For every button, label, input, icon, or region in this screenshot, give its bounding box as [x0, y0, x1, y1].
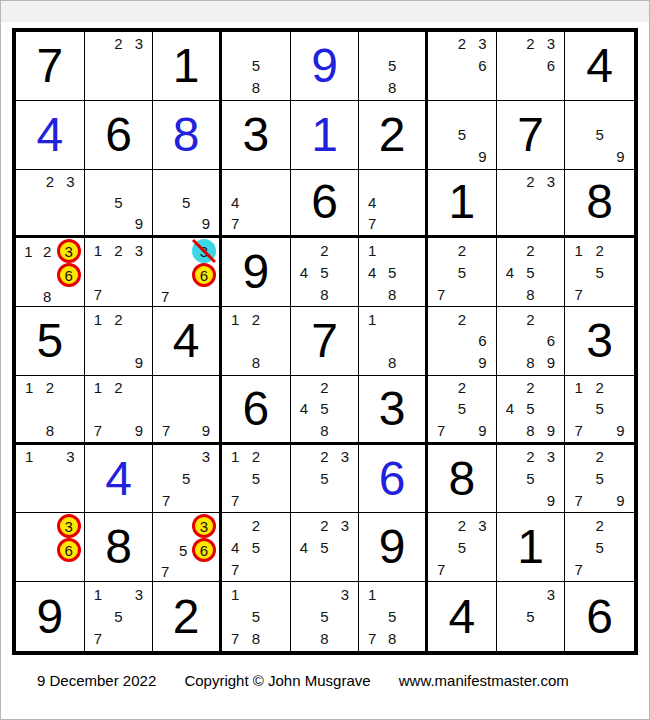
cell-r3c8[interactable]: 23: [497, 170, 566, 239]
cell-value-given: 6: [565, 582, 634, 651]
candidate-empty: [431, 102, 452, 124]
cell-r7c3[interactable]: 357: [153, 445, 222, 514]
candidate-empty: [266, 514, 287, 536]
candidate-empty: [568, 514, 589, 536]
cell-value-given: 6: [222, 376, 290, 442]
pencil-marks: 367: [156, 239, 216, 305]
candidate-empty: [108, 330, 129, 352]
cell-r8c6[interactable]: 9: [359, 513, 428, 582]
candidate-empty: [431, 352, 452, 374]
candidate-empty: [402, 330, 422, 352]
candidate-7: 7: [225, 213, 246, 234]
candidate-empty: [402, 171, 422, 192]
cell-r5c2[interactable]: 129: [85, 307, 154, 376]
cell-r3c9[interactable]: 8: [565, 170, 634, 239]
candidate-empty: [431, 77, 452, 99]
candidate-empty: [225, 605, 246, 627]
candidate-empty: [568, 102, 589, 124]
candidate-empty: [610, 239, 631, 261]
candidate-2: 2: [108, 308, 129, 330]
candidate-empty: [314, 583, 335, 605]
candidate-6-highlighted: 6: [57, 263, 81, 287]
cell-r1c4[interactable]: 58: [222, 32, 291, 101]
candidate-empty: [174, 562, 192, 580]
candidate-empty: [19, 562, 38, 580]
candidate-5: 5: [382, 605, 402, 627]
candidate-empty: [129, 283, 150, 305]
candidate-2: 2: [40, 377, 61, 398]
candidate-7: 7: [225, 628, 246, 650]
cell-r6c4[interactable]: 6: [222, 376, 291, 445]
candidate-empty: [19, 419, 40, 440]
candidate-5: 5: [382, 261, 402, 283]
cell-r7c8[interactable]: 2359: [497, 445, 566, 514]
candidate-4: 4: [225, 536, 246, 558]
candidate-3: 3: [541, 446, 562, 468]
cell-value-given: 8: [85, 513, 153, 581]
cell-r1c2[interactable]: 23: [85, 32, 154, 101]
cell-r8c2[interactable]: 8: [85, 513, 154, 582]
candidate-empty: [40, 398, 61, 419]
pencil-marks: 13: [19, 446, 81, 512]
cell-r5c9[interactable]: 3: [565, 307, 634, 376]
candidate-empty: [500, 33, 521, 55]
candidate-empty: [129, 171, 150, 192]
cell-r4c3[interactable]: 367: [153, 238, 222, 307]
candidate-empty: [294, 377, 315, 398]
candidate-7: 7: [156, 490, 176, 512]
pencil-marks: 23: [500, 171, 562, 235]
candidate-empty: [192, 287, 216, 305]
footer-date: 9 December 2022: [37, 672, 156, 689]
pencil-marks: 1257: [225, 446, 287, 512]
candidate-empty: [266, 605, 287, 627]
candidate-5: 5: [589, 124, 610, 146]
candidate-6: 6: [541, 330, 562, 352]
candidate-7: 7: [225, 490, 246, 512]
candidate-empty: [500, 446, 521, 468]
candidate-empty: [452, 102, 473, 124]
cell-r6c7[interactable]: 2579: [428, 376, 497, 445]
candidate-empty: [472, 102, 493, 124]
candidate-1: 1: [88, 377, 109, 398]
cell-r2c4[interactable]: 3: [222, 101, 291, 170]
candidate-empty: [88, 33, 109, 55]
cell-r1c6[interactable]: 58: [359, 32, 428, 101]
cell-r5c8[interactable]: 2689: [497, 307, 566, 376]
candidate-empty: [335, 628, 356, 650]
cell-value-given: 6: [291, 170, 359, 236]
candidate-9: 9: [129, 419, 150, 440]
cell-r4c4[interactable]: 9: [222, 238, 291, 307]
pencil-marks: 1458: [362, 239, 422, 305]
candidate-empty: [610, 124, 631, 146]
candidate-empty: [88, 77, 109, 99]
cell-r8c4[interactable]: 2457: [222, 513, 291, 582]
candidate-8: 8: [382, 628, 402, 650]
candidate-8: 8: [40, 419, 61, 440]
candidate-empty: [19, 263, 38, 287]
cell-r8c5[interactable]: 2345: [291, 513, 360, 582]
pencil-marks: 2458: [294, 377, 356, 441]
cell-r2c8[interactable]: 7: [497, 101, 566, 170]
pencil-marks: 58: [225, 33, 287, 99]
candidate-empty: [225, 33, 246, 55]
candidate-empty: [225, 55, 246, 77]
candidate-empty: [156, 514, 174, 538]
cell-value-given: 1: [153, 32, 219, 100]
cell-r7c4[interactable]: 1257: [222, 445, 291, 514]
candidate-1: 1: [88, 308, 109, 330]
cell-r4c9[interactable]: 1257: [565, 238, 634, 307]
candidate-empty: [196, 490, 216, 512]
candidate-1: 1: [362, 583, 382, 605]
candidate-empty: [500, 213, 521, 234]
pencil-marks: 59: [431, 102, 493, 168]
candidate-5: 5: [452, 124, 473, 146]
candidate-empty: [156, 377, 176, 398]
candidate-5: 5: [589, 468, 610, 490]
candidate-1: 1: [362, 308, 382, 330]
cell-r2c9[interactable]: 59: [565, 101, 634, 170]
candidate-3-highlighted: 3: [192, 514, 216, 538]
cell-r6c3[interactable]: 79: [153, 376, 222, 445]
pencil-marks: 59: [88, 171, 150, 235]
cell-r3c3[interactable]: 59: [153, 170, 222, 239]
cell-r9c6[interactable]: 1578: [359, 582, 428, 651]
candidate-3: 3: [129, 583, 150, 605]
candidate-empty: [520, 213, 541, 234]
cell-value-solved: 4: [16, 101, 84, 169]
cell-r7c5[interactable]: 235: [291, 445, 360, 514]
candidate-7: 7: [431, 419, 452, 440]
pencil-marks: 236: [431, 33, 493, 99]
candidate-empty: [431, 55, 452, 77]
candidate-2: 2: [38, 239, 57, 263]
cell-r3c2[interactable]: 59: [85, 170, 154, 239]
cell-r4c1[interactable]: 12368: [16, 238, 85, 307]
candidate-empty: [40, 192, 61, 213]
cell-r3c1[interactable]: 23: [16, 170, 85, 239]
candidate-9: 9: [610, 146, 631, 168]
candidate-2: 2: [314, 377, 335, 398]
candidate-8: 8: [382, 283, 402, 305]
candidate-2: 2: [246, 446, 267, 468]
cell-r8c3[interactable]: 3567: [153, 513, 222, 582]
candidate-8: 8: [314, 419, 335, 440]
candidate-3: 3: [335, 583, 356, 605]
candidate-3-eliminated: 3: [192, 239, 216, 263]
candidate-empty: [225, 77, 246, 99]
pencil-marks: 257: [568, 514, 631, 580]
candidate-2: 2: [246, 514, 267, 536]
pencil-marks: 2357: [431, 514, 493, 580]
cell-r9c8[interactable]: 35: [497, 582, 566, 651]
cell-r3c5[interactable]: 6: [291, 170, 360, 239]
cell-r2c5[interactable]: 1: [291, 101, 360, 170]
cell-r6c9[interactable]: 12579: [565, 376, 634, 445]
candidate-1: 1: [225, 583, 246, 605]
candidate-empty: [129, 77, 150, 99]
candidate-empty: [266, 213, 287, 234]
cell-r6c2[interactable]: 1279: [85, 376, 154, 445]
pencil-marks: 59: [156, 171, 216, 235]
candidate-empty: [294, 446, 315, 468]
candidate-empty: [19, 538, 38, 562]
candidate-empty: [452, 146, 473, 168]
cell-r8c9[interactable]: 257: [565, 513, 634, 582]
candidate-5: 5: [108, 192, 129, 213]
candidate-empty: [362, 330, 382, 352]
candidate-7: 7: [88, 283, 109, 305]
cell-r6c5[interactable]: 2458: [291, 376, 360, 445]
candidate-5: 5: [382, 55, 402, 77]
cell-r9c7[interactable]: 4: [428, 582, 497, 651]
cell-r5c4[interactable]: 128: [222, 307, 291, 376]
candidate-empty: [431, 124, 452, 146]
candidate-2: 2: [520, 446, 541, 468]
cell-r8c1[interactable]: 36: [16, 513, 85, 582]
candidate-empty: [266, 536, 287, 558]
candidate-6: 6: [472, 55, 493, 77]
candidate-5: 5: [589, 536, 610, 558]
cell-value-given: 9: [222, 238, 290, 306]
cell-r5c3[interactable]: 4: [153, 307, 222, 376]
cell-r6c6[interactable]: 3: [359, 376, 428, 445]
cell-r9c9[interactable]: 6: [565, 582, 634, 651]
candidate-empty: [108, 398, 129, 419]
cell-r6c8[interactable]: 24589: [497, 376, 566, 445]
candidate-8: 8: [246, 628, 267, 650]
candidate-empty: [472, 239, 493, 261]
cell-value-solved: 1: [291, 101, 359, 169]
candidate-empty: [225, 330, 246, 352]
candidate-empty: [500, 628, 521, 650]
candidate-empty: [472, 377, 493, 398]
candidate-empty: [156, 171, 176, 192]
candidate-empty: [589, 283, 610, 305]
candidate-empty: [266, 628, 287, 650]
cell-r5c1[interactable]: 5: [16, 307, 85, 376]
candidate-empty: [610, 102, 631, 124]
cell-r3c7[interactable]: 1: [428, 170, 497, 239]
pencil-marks: 23: [19, 171, 81, 235]
cell-value-given: 3: [222, 101, 290, 169]
cell-r3c4[interactable]: 47: [222, 170, 291, 239]
candidate-2: 2: [108, 33, 129, 55]
candidate-empty: [108, 77, 129, 99]
candidate-empty: [266, 171, 287, 192]
candidate-empty: [402, 352, 422, 374]
cell-r1c3[interactable]: 1: [153, 32, 222, 101]
cell-r2c2[interactable]: 6: [85, 101, 154, 170]
cell-r7c9[interactable]: 2579: [565, 445, 634, 514]
cell-r8c8[interactable]: 1: [497, 513, 566, 582]
pencil-marks: 2579: [431, 377, 493, 441]
cell-r9c1[interactable]: 9: [16, 582, 85, 651]
candidate-empty: [129, 398, 150, 419]
candidate-empty: [335, 398, 356, 419]
candidate-empty: [402, 239, 422, 261]
cell-r4c5[interactable]: 2458: [291, 238, 360, 307]
candidate-empty: [156, 446, 176, 468]
candidate-1: 1: [568, 377, 589, 398]
candidate-empty: [431, 330, 452, 352]
cell-r7c2[interactable]: 4: [85, 445, 154, 514]
candidate-empty: [500, 55, 521, 77]
candidate-empty: [88, 192, 109, 213]
candidate-empty: [520, 628, 541, 650]
candidate-empty: [40, 446, 61, 468]
cell-r1c1[interactable]: 7: [16, 32, 85, 101]
cell-r4c6[interactable]: 1458: [359, 238, 428, 307]
candidate-empty: [500, 583, 521, 605]
candidate-empty: [60, 192, 81, 213]
cell-r1c8[interactable]: 236: [497, 32, 566, 101]
cell-r2c7[interactable]: 59: [428, 101, 497, 170]
candidate-empty: [402, 261, 422, 283]
candidate-empty: [568, 124, 589, 146]
cell-r2c1[interactable]: 4: [16, 101, 85, 170]
candidate-empty: [266, 352, 287, 374]
candidate-empty: [472, 124, 493, 146]
candidate-empty: [610, 536, 631, 558]
cell-r1c7[interactable]: 236: [428, 32, 497, 101]
candidate-1: 1: [362, 239, 382, 261]
candidate-6: 6: [472, 330, 493, 352]
candidate-empty: [541, 192, 562, 213]
cell-r7c7[interactable]: 8: [428, 445, 497, 514]
candidate-empty: [196, 398, 216, 419]
cell-r9c5[interactable]: 358: [291, 582, 360, 651]
candidate-empty: [108, 628, 129, 650]
pencil-marks: 1279: [88, 377, 150, 441]
candidate-2: 2: [40, 171, 61, 192]
cell-value-given: 2: [153, 582, 219, 651]
candidate-5: 5: [108, 605, 129, 627]
candidate-empty: [402, 583, 422, 605]
cell-r9c4[interactable]: 1578: [222, 582, 291, 651]
cell-r5c6[interactable]: 18: [359, 307, 428, 376]
candidate-empty: [452, 419, 473, 440]
candidate-empty: [520, 330, 541, 352]
candidate-2: 2: [452, 33, 473, 55]
cell-value-given: 6: [85, 101, 153, 169]
candidate-2: 2: [246, 308, 267, 330]
candidate-8: 8: [314, 283, 335, 305]
cell-r4c7[interactable]: 257: [428, 238, 497, 307]
candidate-5: 5: [314, 261, 335, 283]
cell-value-given: 4: [428, 582, 496, 651]
candidate-empty: [57, 287, 81, 305]
candidate-3: 3: [196, 446, 216, 468]
candidate-empty: [40, 213, 61, 234]
cell-r1c5[interactable]: 9: [291, 32, 360, 101]
candidate-8: 8: [246, 77, 267, 99]
candidate-empty: [402, 628, 422, 650]
cell-r4c2[interactable]: 1237: [85, 238, 154, 307]
candidate-empty: [335, 261, 356, 283]
candidate-2: 2: [452, 308, 473, 330]
candidate-empty: [431, 239, 452, 261]
candidate-empty: [108, 261, 129, 283]
candidate-empty: [174, 514, 192, 538]
candidate-empty: [294, 583, 315, 605]
candidate-empty: [266, 330, 287, 352]
candidate-7: 7: [431, 558, 452, 580]
cell-r9c2[interactable]: 1357: [85, 582, 154, 651]
candidate-empty: [541, 468, 562, 490]
candidate-empty: [431, 146, 452, 168]
cell-r7c1[interactable]: 13: [16, 445, 85, 514]
candidate-empty: [382, 213, 402, 234]
candidate-2: 2: [314, 514, 335, 536]
cell-r2c3[interactable]: 8: [153, 101, 222, 170]
cell-r8c7[interactable]: 2357: [428, 513, 497, 582]
candidate-empty: [266, 446, 287, 468]
candidate-empty: [19, 192, 40, 213]
cell-r6c1[interactable]: 128: [16, 376, 85, 445]
candidate-empty: [294, 605, 315, 627]
candidate-empty: [431, 536, 452, 558]
candidate-3: 3: [60, 446, 81, 468]
cell-r5c5[interactable]: 7: [291, 307, 360, 376]
candidate-empty: [362, 55, 382, 77]
candidate-1: 1: [88, 583, 109, 605]
candidate-empty: [500, 77, 521, 99]
cell-r3c6[interactable]: 47: [359, 170, 428, 239]
pencil-marks: 35: [500, 583, 562, 650]
candidate-empty: [382, 192, 402, 213]
candidate-empty: [156, 263, 174, 287]
cell-r1c9[interactable]: 4: [565, 32, 634, 101]
candidate-empty: [294, 419, 315, 440]
candidate-empty: [192, 562, 216, 580]
candidate-empty: [19, 171, 40, 192]
candidate-1: 1: [19, 446, 40, 468]
candidate-empty: [500, 239, 521, 261]
candidate-empty: [88, 171, 109, 192]
candidate-empty: [40, 490, 61, 512]
candidate-empty: [38, 538, 57, 562]
candidate-2: 2: [520, 171, 541, 192]
candidate-9: 9: [472, 419, 493, 440]
pencil-marks: 128: [225, 308, 287, 374]
candidate-6-highlighted: 6: [57, 538, 81, 562]
pencil-marks: 128: [19, 377, 81, 441]
candidate-empty: [246, 330, 267, 352]
candidate-6-highlighted: 6: [192, 263, 216, 287]
candidate-empty: [246, 490, 267, 512]
candidate-empty: [176, 419, 196, 440]
candidate-empty: [108, 283, 129, 305]
cell-r4c8[interactable]: 2458: [497, 238, 566, 307]
footer: 9 December 2022 Copyright © John Musgrav…: [37, 672, 569, 689]
candidate-empty: [610, 468, 631, 490]
candidate-5: 5: [520, 605, 541, 627]
candidate-9: 9: [541, 419, 562, 440]
cell-r7c6[interactable]: 6: [359, 445, 428, 514]
cell-r5c7[interactable]: 269: [428, 307, 497, 376]
candidate-9: 9: [610, 490, 631, 512]
candidate-9: 9: [472, 146, 493, 168]
cell-r2c6[interactable]: 2: [359, 101, 428, 170]
candidate-empty: [314, 490, 335, 512]
candidate-empty: [294, 514, 315, 536]
pencil-marks: 23: [88, 33, 150, 99]
candidate-empty: [266, 583, 287, 605]
cell-r9c3[interactable]: 2: [153, 582, 222, 651]
